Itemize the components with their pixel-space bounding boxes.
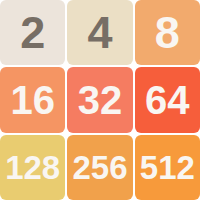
tile-32: 32 xyxy=(67,67,132,132)
tile-512: 512 xyxy=(135,135,200,200)
tile-2: 2 xyxy=(0,0,65,65)
tile-8: 8 xyxy=(135,0,200,65)
tile-128: 128 xyxy=(0,135,65,200)
tile-16: 16 xyxy=(0,67,65,132)
tile-64: 64 xyxy=(135,67,200,132)
tile-256: 256 xyxy=(67,135,132,200)
2048-board[interactable]: 2 4 8 16 32 64 128 256 512 xyxy=(0,0,200,200)
tile-4: 4 xyxy=(67,0,132,65)
